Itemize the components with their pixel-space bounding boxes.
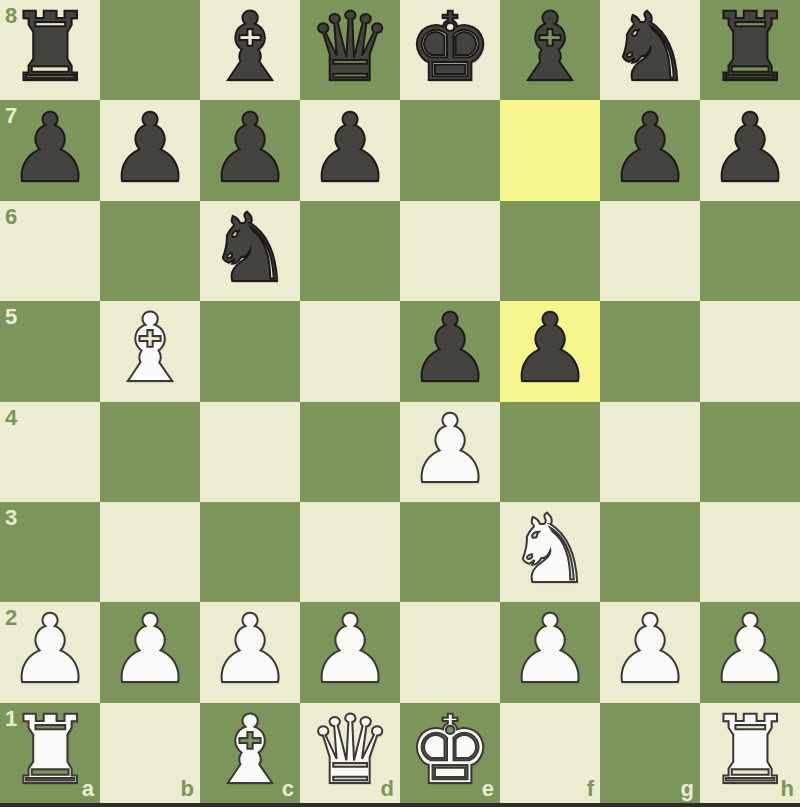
square-g4[interactable] <box>600 402 700 502</box>
rank-label-3: 3 <box>5 507 17 529</box>
piece-black-bishop-f8[interactable]: ♝ <box>500 0 600 97</box>
square-e7[interactable] <box>400 100 500 200</box>
piece-black-rook-a8[interactable]: ♜ <box>0 0 100 97</box>
square-g7[interactable]: ♟ <box>600 100 700 200</box>
square-a5[interactable]: 5 <box>0 301 100 401</box>
board-bottom-edge <box>0 803 800 807</box>
piece-white-pawn-e4[interactable]: ♟ <box>400 399 500 499</box>
square-d3[interactable] <box>300 502 400 602</box>
square-h5[interactable] <box>700 301 800 401</box>
piece-white-pawn-d2[interactable]: ♟ <box>300 599 400 699</box>
square-b7[interactable]: ♟ <box>100 100 200 200</box>
square-b6[interactable] <box>100 201 200 301</box>
piece-black-bishop-c8[interactable]: ♝ <box>200 0 300 97</box>
piece-white-pawn-f2[interactable]: ♟ <box>500 599 600 699</box>
piece-white-rook-a1[interactable]: ♜ <box>0 700 100 800</box>
square-h7[interactable]: ♟ <box>700 100 800 200</box>
piece-black-king-e8[interactable]: ♚ <box>400 0 500 97</box>
piece-black-knight-c6[interactable]: ♞ <box>200 198 300 298</box>
square-b5[interactable]: ♝ <box>100 301 200 401</box>
piece-black-pawn-g7[interactable]: ♟ <box>600 97 700 197</box>
square-g2[interactable]: ♟ <box>600 602 700 702</box>
square-f2[interactable]: ♟ <box>500 602 600 702</box>
piece-white-pawn-h2[interactable]: ♟ <box>700 599 800 699</box>
square-f5[interactable]: ♟ <box>500 301 600 401</box>
chess-board: 8♜♝♛♚♝♞♜7♟♟♟♟♟♟6♞5♝♟♟4♟3♞2♟♟♟♟♟♟♟1a♜bc♝d… <box>0 0 800 803</box>
square-g6[interactable] <box>600 201 700 301</box>
piece-white-knight-f3[interactable]: ♞ <box>500 499 600 599</box>
square-c5[interactable] <box>200 301 300 401</box>
square-a3[interactable]: 3 <box>0 502 100 602</box>
square-f7[interactable] <box>500 100 600 200</box>
file-label-b: b <box>181 778 194 800</box>
square-h8[interactable]: ♜ <box>700 0 800 100</box>
square-c6[interactable]: ♞ <box>200 201 300 301</box>
rank-label-6: 6 <box>5 206 17 228</box>
square-d7[interactable]: ♟ <box>300 100 400 200</box>
piece-white-rook-h1[interactable]: ♜ <box>700 700 800 800</box>
square-e4[interactable]: ♟ <box>400 402 500 502</box>
square-c7[interactable]: ♟ <box>200 100 300 200</box>
square-b2[interactable]: ♟ <box>100 602 200 702</box>
piece-white-pawn-b2[interactable]: ♟ <box>100 599 200 699</box>
piece-white-pawn-a2[interactable]: ♟ <box>0 599 100 699</box>
square-e1[interactable]: e♚ <box>400 703 500 803</box>
square-c2[interactable]: ♟ <box>200 602 300 702</box>
square-d1[interactable]: d♛ <box>300 703 400 803</box>
square-a6[interactable]: 6 <box>0 201 100 301</box>
piece-white-bishop-c1[interactable]: ♝ <box>200 700 300 800</box>
square-e5[interactable]: ♟ <box>400 301 500 401</box>
square-h4[interactable] <box>700 402 800 502</box>
square-a8[interactable]: 8♜ <box>0 0 100 100</box>
square-f8[interactable]: ♝ <box>500 0 600 100</box>
piece-black-pawn-f5[interactable]: ♟ <box>500 298 600 398</box>
square-b3[interactable] <box>100 502 200 602</box>
square-h3[interactable] <box>700 502 800 602</box>
square-a2[interactable]: 2♟ <box>0 602 100 702</box>
square-d2[interactable]: ♟ <box>300 602 400 702</box>
chess-board-wrapper: 8♜♝♛♚♝♞♜7♟♟♟♟♟♟6♞5♝♟♟4♟3♞2♟♟♟♟♟♟♟1a♜bc♝d… <box>0 0 800 807</box>
square-a7[interactable]: 7♟ <box>0 100 100 200</box>
square-d5[interactable] <box>300 301 400 401</box>
square-d4[interactable] <box>300 402 400 502</box>
square-e6[interactable] <box>400 201 500 301</box>
square-d6[interactable] <box>300 201 400 301</box>
piece-white-pawn-g2[interactable]: ♟ <box>600 599 700 699</box>
square-d8[interactable]: ♛ <box>300 0 400 100</box>
square-g1[interactable]: g <box>600 703 700 803</box>
file-label-g: g <box>681 778 694 800</box>
piece-white-pawn-c2[interactable]: ♟ <box>200 599 300 699</box>
square-b1[interactable]: b <box>100 703 200 803</box>
square-a1[interactable]: 1a♜ <box>0 703 100 803</box>
piece-black-knight-g8[interactable]: ♞ <box>600 0 700 97</box>
piece-white-king-e1[interactable]: ♚ <box>400 700 500 800</box>
square-a4[interactable]: 4 <box>0 402 100 502</box>
square-g8[interactable]: ♞ <box>600 0 700 100</box>
square-g5[interactable] <box>600 301 700 401</box>
piece-black-pawn-e5[interactable]: ♟ <box>400 298 500 398</box>
square-c3[interactable] <box>200 502 300 602</box>
square-f4[interactable] <box>500 402 600 502</box>
square-c8[interactable]: ♝ <box>200 0 300 100</box>
piece-white-queen-d1[interactable]: ♛ <box>300 700 400 800</box>
square-h1[interactable]: h♜ <box>700 703 800 803</box>
piece-black-rook-h8[interactable]: ♜ <box>700 0 800 97</box>
piece-black-pawn-c7[interactable]: ♟ <box>200 97 300 197</box>
square-c4[interactable] <box>200 402 300 502</box>
piece-black-queen-d8[interactable]: ♛ <box>300 0 400 97</box>
square-h6[interactable] <box>700 201 800 301</box>
piece-white-bishop-b5[interactable]: ♝ <box>100 298 200 398</box>
rank-label-5: 5 <box>5 306 17 328</box>
piece-black-pawn-d7[interactable]: ♟ <box>300 97 400 197</box>
square-f1[interactable]: f <box>500 703 600 803</box>
square-g3[interactable] <box>600 502 700 602</box>
square-c1[interactable]: c♝ <box>200 703 300 803</box>
square-e2[interactable] <box>400 602 500 702</box>
square-b4[interactable] <box>100 402 200 502</box>
piece-black-pawn-h7[interactable]: ♟ <box>700 97 800 197</box>
square-f3[interactable]: ♞ <box>500 502 600 602</box>
square-h2[interactable]: ♟ <box>700 602 800 702</box>
piece-black-pawn-a7[interactable]: ♟ <box>0 97 100 197</box>
square-e8[interactable]: ♚ <box>400 0 500 100</box>
square-b8[interactable] <box>100 0 200 100</box>
piece-black-pawn-b7[interactable]: ♟ <box>100 97 200 197</box>
square-f6[interactable] <box>500 201 600 301</box>
file-label-f: f <box>587 778 594 800</box>
rank-label-4: 4 <box>5 407 17 429</box>
square-e3[interactable] <box>400 502 500 602</box>
